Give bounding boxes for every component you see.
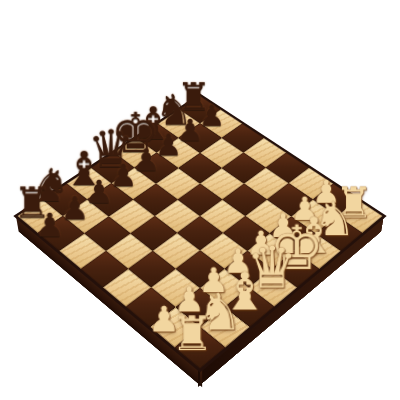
square-d4[interactable] (177, 216, 223, 251)
black-pawn[interactable]: ♟ (33, 209, 66, 242)
chess-board: ♜♟♟♜♞♟♟♞♝♟♟♝♚♟♟♚♛♟♟♛♝♟♟♝♞♟♟♞♜♟♟♜ (13, 93, 386, 372)
chess-set-photo: ♜♟♟♜♞♟♟♞♝♟♟♝♚♟♟♚♛♟♟♛♝♟♟♝♞♟♟♞♜♟♟♜ (0, 0, 400, 400)
white-rook[interactable]: ♜ (171, 311, 207, 358)
